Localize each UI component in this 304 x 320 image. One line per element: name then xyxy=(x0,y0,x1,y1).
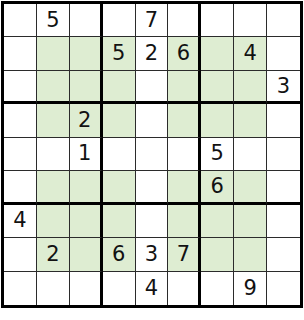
cell-r3c8[interactable] xyxy=(234,71,267,104)
cell-r4c2[interactable] xyxy=(37,104,70,137)
cell-r6c1[interactable] xyxy=(4,171,37,204)
cell-r1c9[interactable] xyxy=(267,4,300,37)
cell-r7c8[interactable] xyxy=(234,205,267,238)
cell-r5c5[interactable] xyxy=(136,138,169,171)
cell-r3c6[interactable] xyxy=(168,71,201,104)
cell-r1c2: 5 xyxy=(37,4,70,37)
cell-r8c7[interactable] xyxy=(201,238,234,271)
cell-r3c2[interactable] xyxy=(37,71,70,104)
cell-r9c5: 4 xyxy=(136,272,169,305)
cell-r6c5[interactable] xyxy=(136,171,169,204)
cell-r6c8[interactable] xyxy=(234,171,267,204)
cell-r4c8[interactable] xyxy=(234,104,267,137)
cell-r3c3[interactable] xyxy=(70,71,103,104)
cell-r4c7[interactable] xyxy=(201,104,234,137)
cell-r9c3[interactable] xyxy=(70,272,103,305)
cell-r2c3[interactable] xyxy=(70,37,103,70)
cell-r3c1[interactable] xyxy=(4,71,37,104)
cell-r7c6[interactable] xyxy=(168,205,201,238)
cell-r4c3: 2 xyxy=(70,104,103,137)
cell-r9c4[interactable] xyxy=(103,272,136,305)
cell-r5c7: 5 xyxy=(201,138,234,171)
cell-r8c1[interactable] xyxy=(4,238,37,271)
cell-r3c5[interactable] xyxy=(136,71,169,104)
cell-r9c8: 9 xyxy=(234,272,267,305)
cell-r2c5: 2 xyxy=(136,37,169,70)
cell-r4c4[interactable] xyxy=(103,104,136,137)
cell-r8c2: 2 xyxy=(37,238,70,271)
sudoku-board: 575264321564263749 xyxy=(1,1,303,308)
cell-r1c4[interactable] xyxy=(103,4,136,37)
cell-r7c4[interactable] xyxy=(103,205,136,238)
cell-r3c9: 3 xyxy=(267,71,300,104)
cell-r2c9[interactable] xyxy=(267,37,300,70)
cell-r8c9[interactable] xyxy=(267,238,300,271)
cell-r5c9[interactable] xyxy=(267,138,300,171)
cell-r8c3[interactable] xyxy=(70,238,103,271)
cell-r1c6[interactable] xyxy=(168,4,201,37)
cell-r7c7[interactable] xyxy=(201,205,234,238)
cell-r9c7[interactable] xyxy=(201,272,234,305)
cell-r8c8[interactable] xyxy=(234,238,267,271)
cell-r4c1[interactable] xyxy=(4,104,37,137)
cell-r5c1[interactable] xyxy=(4,138,37,171)
cell-r9c9[interactable] xyxy=(267,272,300,305)
cell-r7c1: 4 xyxy=(4,205,37,238)
cell-r2c4: 5 xyxy=(103,37,136,70)
cell-r9c6[interactable] xyxy=(168,272,201,305)
cell-r1c5: 7 xyxy=(136,4,169,37)
cell-r5c4[interactable] xyxy=(103,138,136,171)
cell-r1c3[interactable] xyxy=(70,4,103,37)
cell-r1c7[interactable] xyxy=(201,4,234,37)
cell-r8c4: 6 xyxy=(103,238,136,271)
cell-r5c3: 1 xyxy=(70,138,103,171)
cell-r2c2[interactable] xyxy=(37,37,70,70)
cell-r7c5[interactable] xyxy=(136,205,169,238)
cell-r6c2[interactable] xyxy=(37,171,70,204)
cell-r8c6: 7 xyxy=(168,238,201,271)
cell-r5c2[interactable] xyxy=(37,138,70,171)
cell-r7c9[interactable] xyxy=(267,205,300,238)
cell-r5c8[interactable] xyxy=(234,138,267,171)
cell-r2c1[interactable] xyxy=(4,37,37,70)
cell-r1c1[interactable] xyxy=(4,4,37,37)
cell-r4c9[interactable] xyxy=(267,104,300,137)
cell-r6c7: 6 xyxy=(201,171,234,204)
cell-r4c6[interactable] xyxy=(168,104,201,137)
cell-r6c4[interactable] xyxy=(103,171,136,204)
cell-r7c3[interactable] xyxy=(70,205,103,238)
cell-r1c8[interactable] xyxy=(234,4,267,37)
cell-r4c5[interactable] xyxy=(136,104,169,137)
cell-r6c9[interactable] xyxy=(267,171,300,204)
cell-r3c4[interactable] xyxy=(103,71,136,104)
cell-r8c5: 3 xyxy=(136,238,169,271)
cell-r5c6[interactable] xyxy=(168,138,201,171)
cell-r2c6: 6 xyxy=(168,37,201,70)
cell-r6c6[interactable] xyxy=(168,171,201,204)
cell-r9c2[interactable] xyxy=(37,272,70,305)
cell-r9c1[interactable] xyxy=(4,272,37,305)
cell-r3c7[interactable] xyxy=(201,71,234,104)
cell-r7c2[interactable] xyxy=(37,205,70,238)
cell-r6c3[interactable] xyxy=(70,171,103,204)
cell-r2c7[interactable] xyxy=(201,37,234,70)
cell-r2c8: 4 xyxy=(234,37,267,70)
